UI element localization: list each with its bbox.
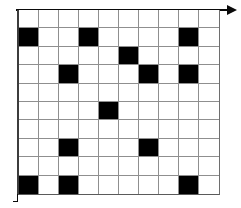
white-cell-r4c10 bbox=[199, 65, 219, 83]
white-cell-r7c5 bbox=[99, 120, 119, 138]
white-cell-r5c1 bbox=[19, 84, 39, 102]
white-cell-r6c2 bbox=[39, 102, 59, 120]
white-cell-r6c7 bbox=[139, 102, 159, 120]
white-cell-r10c8 bbox=[159, 176, 179, 194]
white-cell-r6c9 bbox=[179, 102, 199, 120]
white-cell-r1c7 bbox=[139, 10, 159, 28]
white-cell-r7c1 bbox=[19, 120, 39, 138]
white-cell-r8c1 bbox=[19, 139, 39, 157]
x-axis-arrow-icon bbox=[227, 5, 237, 15]
white-cell-r10c7 bbox=[139, 176, 159, 194]
puzzle-figure bbox=[0, 0, 241, 208]
white-cell-r8c6 bbox=[119, 139, 139, 157]
white-cell-r8c9 bbox=[179, 139, 199, 157]
white-cell-r4c1 bbox=[19, 65, 39, 83]
white-cell-r6c4 bbox=[79, 102, 99, 120]
white-cell-r1c10 bbox=[199, 10, 219, 28]
black-cell-r4c3 bbox=[59, 65, 79, 83]
white-cell-r9c7 bbox=[139, 157, 159, 175]
white-cell-r8c8 bbox=[159, 139, 179, 157]
white-cell-r7c8 bbox=[159, 120, 179, 138]
white-cell-r6c10 bbox=[199, 102, 219, 120]
white-cell-r6c8 bbox=[159, 102, 179, 120]
white-cell-r2c6 bbox=[119, 28, 139, 46]
white-cell-r2c8 bbox=[159, 28, 179, 46]
black-cell-r2c1 bbox=[19, 28, 39, 46]
white-cell-r4c2 bbox=[39, 65, 59, 83]
white-cell-r1c1 bbox=[19, 10, 39, 28]
white-cell-r3c7 bbox=[139, 47, 159, 65]
white-cell-r3c1 bbox=[19, 47, 39, 65]
white-cell-r1c2 bbox=[39, 10, 59, 28]
white-cell-r8c2 bbox=[39, 139, 59, 157]
white-cell-r4c4 bbox=[79, 65, 99, 83]
white-cell-r5c10 bbox=[199, 84, 219, 102]
white-cell-r5c3 bbox=[59, 84, 79, 102]
white-cell-r7c6 bbox=[119, 120, 139, 138]
white-cell-r4c8 bbox=[159, 65, 179, 83]
y-axis-foot-tick bbox=[13, 201, 18, 202]
white-cell-r3c8 bbox=[159, 47, 179, 65]
white-cell-r9c3 bbox=[59, 157, 79, 175]
white-cell-r1c5 bbox=[99, 10, 119, 28]
black-cell-r2c9 bbox=[179, 28, 199, 46]
white-cell-r9c10 bbox=[199, 157, 219, 175]
white-cell-r9c2 bbox=[39, 157, 59, 175]
white-cell-r7c10 bbox=[199, 120, 219, 138]
black-cell-r6c5 bbox=[99, 102, 119, 120]
white-cell-r9c9 bbox=[179, 157, 199, 175]
black-cell-r3c6 bbox=[119, 47, 139, 65]
white-cell-r5c6 bbox=[119, 84, 139, 102]
white-cell-r7c4 bbox=[79, 120, 99, 138]
black-cell-r10c1 bbox=[19, 176, 39, 194]
white-cell-r5c9 bbox=[179, 84, 199, 102]
white-cell-r5c5 bbox=[99, 84, 119, 102]
black-cell-r8c3 bbox=[59, 139, 79, 157]
white-cell-r3c3 bbox=[59, 47, 79, 65]
white-cell-r9c4 bbox=[79, 157, 99, 175]
white-cell-r1c9 bbox=[179, 10, 199, 28]
white-cell-r9c5 bbox=[99, 157, 119, 175]
white-cell-r10c4 bbox=[79, 176, 99, 194]
white-cell-r5c7 bbox=[139, 84, 159, 102]
white-cell-r7c9 bbox=[179, 120, 199, 138]
white-cell-r3c4 bbox=[79, 47, 99, 65]
black-cell-r10c3 bbox=[59, 176, 79, 194]
white-cell-r6c6 bbox=[119, 102, 139, 120]
white-cell-r2c3 bbox=[59, 28, 79, 46]
white-cell-r5c2 bbox=[39, 84, 59, 102]
white-cell-r7c3 bbox=[59, 120, 79, 138]
white-cell-r5c8 bbox=[159, 84, 179, 102]
white-cell-r7c2 bbox=[39, 120, 59, 138]
white-cell-r1c3 bbox=[59, 10, 79, 28]
white-cell-r3c2 bbox=[39, 47, 59, 65]
white-cell-r3c9 bbox=[179, 47, 199, 65]
white-cell-r2c5 bbox=[99, 28, 119, 46]
black-cell-r4c9 bbox=[179, 65, 199, 83]
black-cell-r10c9 bbox=[179, 176, 199, 194]
white-cell-r8c4 bbox=[79, 139, 99, 157]
black-cell-r8c7 bbox=[139, 139, 159, 157]
white-cell-r8c5 bbox=[99, 139, 119, 157]
white-cell-r6c3 bbox=[59, 102, 79, 120]
white-cell-r9c1 bbox=[19, 157, 39, 175]
white-cell-r10c10 bbox=[199, 176, 219, 194]
white-cell-r1c8 bbox=[159, 10, 179, 28]
white-cell-r2c7 bbox=[139, 28, 159, 46]
white-cell-r4c6 bbox=[119, 65, 139, 83]
white-cell-r2c2 bbox=[39, 28, 59, 46]
white-cell-r1c4 bbox=[79, 10, 99, 28]
white-cell-r10c5 bbox=[99, 176, 119, 194]
black-cell-r4c7 bbox=[139, 65, 159, 83]
white-cell-r4c5 bbox=[99, 65, 119, 83]
white-cell-r3c5 bbox=[99, 47, 119, 65]
white-cell-r3c10 bbox=[199, 47, 219, 65]
white-cell-r9c8 bbox=[159, 157, 179, 175]
black-cell-r2c4 bbox=[79, 28, 99, 46]
board-grid bbox=[17, 10, 220, 195]
white-cell-r7c7 bbox=[139, 120, 159, 138]
white-cell-r9c6 bbox=[119, 157, 139, 175]
white-cell-r6c1 bbox=[19, 102, 39, 120]
white-cell-r10c6 bbox=[119, 176, 139, 194]
white-cell-r5c4 bbox=[79, 84, 99, 102]
white-cell-r10c2 bbox=[39, 176, 59, 194]
white-cell-r2c10 bbox=[199, 28, 219, 46]
white-cell-r1c6 bbox=[119, 10, 139, 28]
white-cell-r8c10 bbox=[199, 139, 219, 157]
